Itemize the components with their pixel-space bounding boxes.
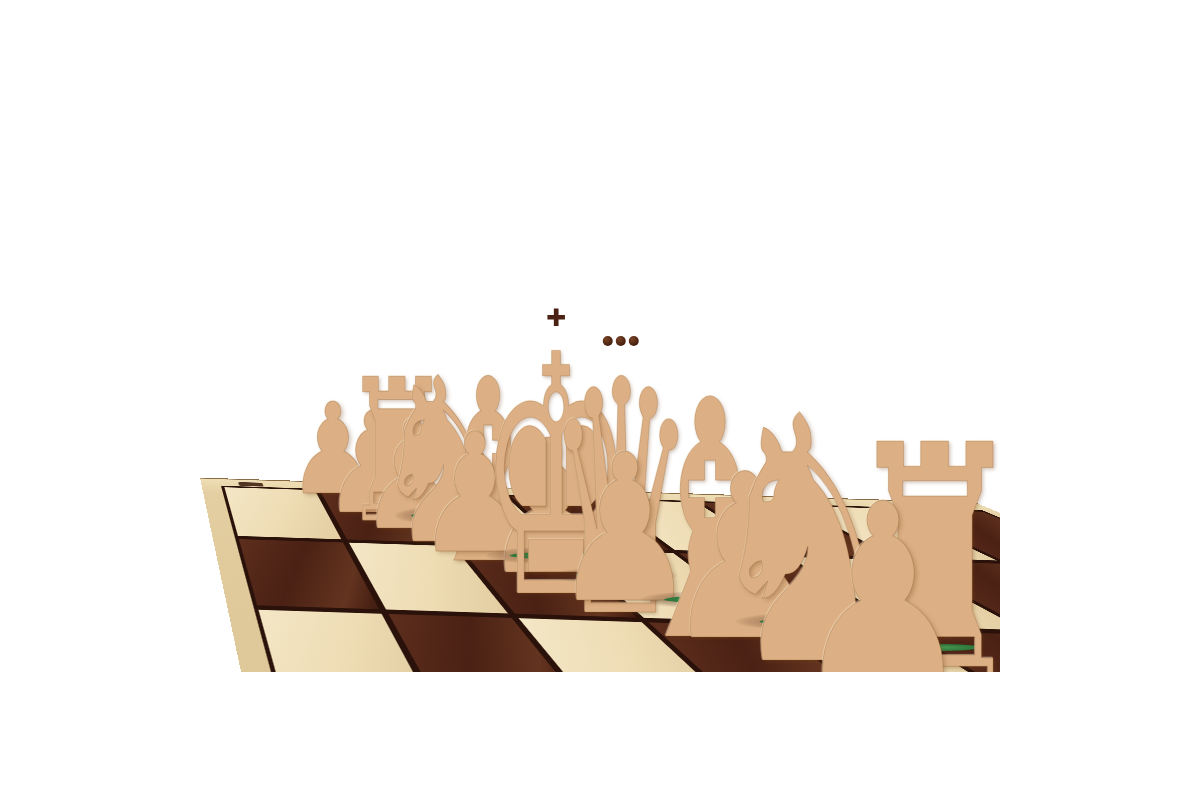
chess-set-photo: ♜♞♝♚✚♛♝♞♜♟♟♟♟♟♟♟♟	[197, 60, 1000, 672]
chess-piece-white-P-a2: ♟	[770, 471, 996, 656]
board-hinge-icon	[238, 482, 264, 487]
pawn-glyph: ♟	[793, 471, 974, 672]
product-photo-canvas: ♜♞♝♚✚♛♝♞♜♟♟♟♟♟♟♟♟	[0, 0, 1200, 800]
